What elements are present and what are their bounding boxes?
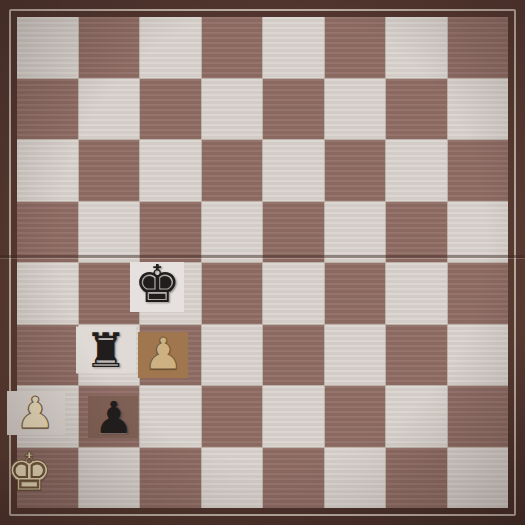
square-c7[interactable] [140,79,201,140]
square-a2[interactable]: ♟ [17,386,78,447]
square-b1[interactable] [79,448,140,509]
square-e6[interactable] [263,140,324,201]
square-g7[interactable] [386,79,447,140]
square-c1[interactable] [140,448,201,509]
square-h6[interactable] [448,140,509,201]
square-g1[interactable] [386,448,447,509]
chess-board: ♚♜♟♟♟♚ [0,0,525,525]
square-f2[interactable] [325,386,386,447]
square-b8[interactable] [79,17,140,78]
square-g6[interactable] [386,140,447,201]
square-c5[interactable] [140,202,201,263]
black-rook-b3[interactable]: ♜ [84,326,127,374]
square-f6[interactable] [325,140,386,201]
square-e7[interactable] [263,79,324,140]
square-g5[interactable] [386,202,447,263]
square-f1[interactable] [325,448,386,509]
square-e5[interactable] [263,202,324,263]
square-b6[interactable] [79,140,140,201]
square-a7[interactable] [17,79,78,140]
square-e4[interactable] [263,263,324,324]
square-b7[interactable] [79,79,140,140]
white-pawn-c3[interactable]: ♟ [144,332,183,376]
square-e3[interactable] [263,325,324,386]
board-grid: ♚♜♟♟♟♚ [17,17,508,508]
square-h8[interactable] [448,17,509,78]
square-c8[interactable] [140,17,201,78]
square-d6[interactable] [202,140,263,201]
square-f8[interactable] [325,17,386,78]
square-e1[interactable] [263,448,324,509]
square-c4[interactable]: ♚ [140,263,201,324]
square-b3[interactable]: ♜ [79,325,140,386]
square-h1[interactable] [448,448,509,509]
square-h4[interactable] [448,263,509,324]
square-c6[interactable] [140,140,201,201]
square-h7[interactable] [448,79,509,140]
black-pawn-b2[interactable]: ♟ [94,396,133,440]
square-h5[interactable] [448,202,509,263]
square-a5[interactable] [17,202,78,263]
square-a6[interactable] [17,140,78,201]
square-d5[interactable] [202,202,263,263]
square-d1[interactable] [202,448,263,509]
square-h2[interactable] [448,386,509,447]
white-pawn-a2[interactable]: ♟ [16,391,55,435]
square-a4[interactable] [17,263,78,324]
square-c2[interactable] [140,386,201,447]
square-b4[interactable] [79,263,140,324]
square-f4[interactable] [325,263,386,324]
square-h3[interactable] [448,325,509,386]
square-a1[interactable]: ♚ [17,448,78,509]
square-g4[interactable] [386,263,447,324]
square-c3[interactable]: ♟ [140,325,201,386]
square-d3[interactable] [202,325,263,386]
square-g3[interactable] [386,325,447,386]
square-b5[interactable] [79,202,140,263]
square-e2[interactable] [263,386,324,447]
square-f5[interactable] [325,202,386,263]
square-b2[interactable]: ♟ [79,386,140,447]
square-f3[interactable] [325,325,386,386]
square-e8[interactable] [263,17,324,78]
black-king-c4[interactable]: ♚ [134,258,181,310]
white-king-a1[interactable]: ♚ [6,446,53,498]
square-f7[interactable] [325,79,386,140]
square-d7[interactable] [202,79,263,140]
square-g8[interactable] [386,17,447,78]
square-g2[interactable] [386,386,447,447]
square-d4[interactable] [202,263,263,324]
square-a3[interactable] [17,325,78,386]
square-d2[interactable] [202,386,263,447]
square-d8[interactable] [202,17,263,78]
square-a8[interactable] [17,17,78,78]
